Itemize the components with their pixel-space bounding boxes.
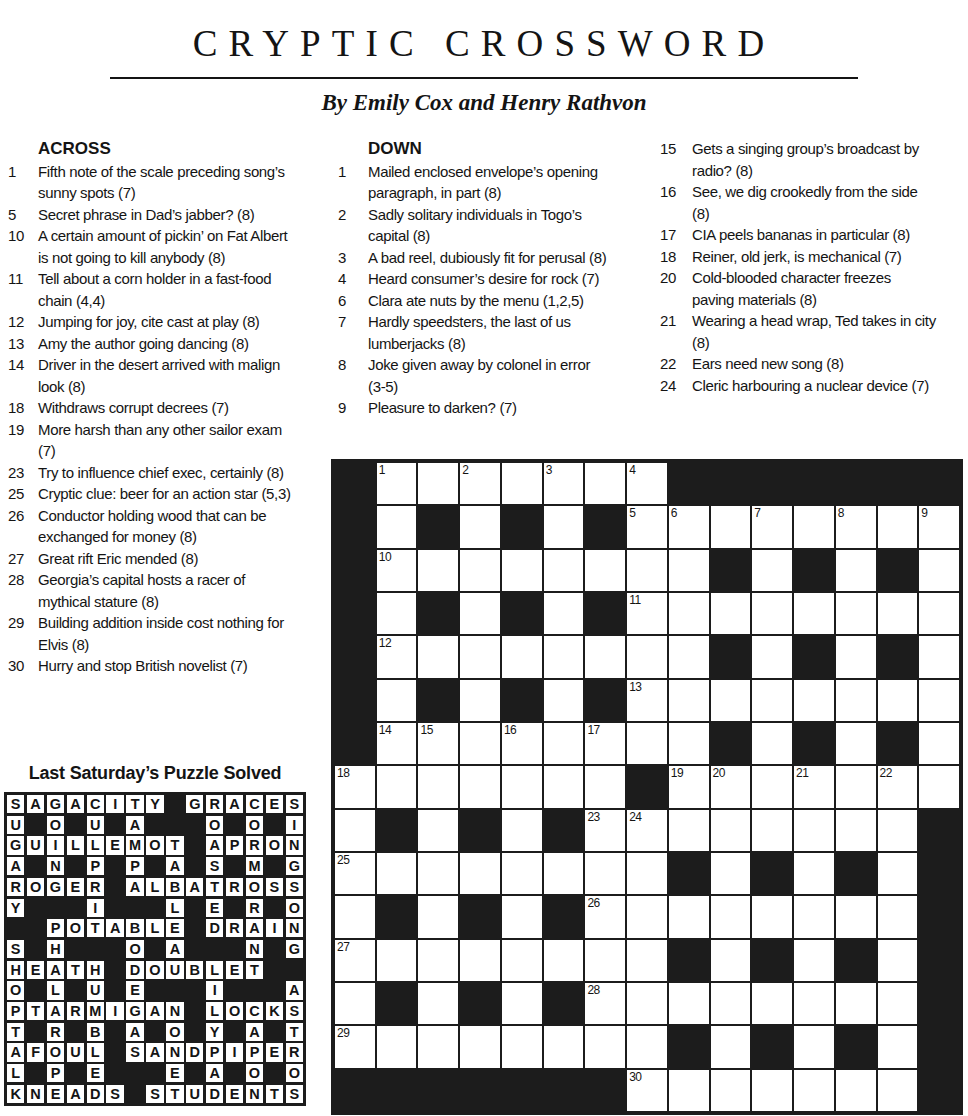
grid-cell[interactable]: 29 (334, 1025, 376, 1068)
clue-item-number: 6 (338, 290, 368, 312)
grid-cell[interactable] (751, 809, 793, 852)
grid-cell[interactable] (710, 1069, 752, 1112)
grid-cell[interactable]: 18 (334, 765, 376, 808)
grid-block-cell (543, 1069, 585, 1112)
solved-letter-cell: P (7, 1002, 24, 1020)
solved-block-cell (266, 1064, 283, 1082)
grid-cell[interactable]: 11 (626, 592, 668, 635)
solved-block-cell (106, 1064, 123, 1082)
clue-number: 3 (546, 463, 552, 477)
grid-block-cell (459, 895, 501, 938)
grid-cell[interactable]: 16 (501, 722, 543, 765)
grid-cell[interactable] (710, 505, 752, 548)
clue-item-text: See, we dig crookedly from the side (8) (692, 181, 936, 224)
grid-cell[interactable] (835, 982, 877, 1025)
grid-cell[interactable] (459, 679, 501, 722)
grid-cell[interactable] (584, 462, 626, 505)
grid-cell[interactable] (626, 982, 668, 1025)
grid-cell[interactable] (459, 765, 501, 808)
grid-cell[interactable] (584, 1025, 626, 1068)
puzzle-page: CRYPTIC CROSSWORD By Emily Cox and Henry… (0, 0, 968, 1116)
solved-block-cell (106, 981, 123, 999)
solved-block-cell (266, 940, 283, 958)
grid-block-cell (334, 462, 376, 505)
solved-letter-cell: A (106, 919, 123, 937)
grid-cell[interactable] (417, 852, 459, 895)
solved-letter-cell: L (206, 961, 223, 979)
solved-block-cell (226, 816, 243, 834)
clue-item: 25Cryptic clue: beer for an action star … (8, 483, 300, 505)
grid-cell[interactable] (543, 635, 585, 678)
clue-item: 9Pleasure to darken? (7) (338, 397, 610, 419)
grid-cell[interactable]: 15 (417, 722, 459, 765)
grid-cell[interactable] (376, 939, 418, 982)
grid-block-cell (918, 895, 960, 938)
grid-cell[interactable] (751, 679, 793, 722)
solved-letter-cell: O (246, 816, 263, 834)
grid-cell[interactable]: 6 (668, 505, 710, 548)
grid-cell[interactable] (376, 1025, 418, 1068)
grid-cell[interactable] (918, 765, 960, 808)
grid-cell[interactable] (417, 635, 459, 678)
clue-item-text: Jumping for joy, cite cast at play (8) (38, 311, 300, 333)
solved-letter-cell: O (146, 836, 163, 854)
clue-item-text: Mailed enclosed envelope’s opening parag… (368, 161, 610, 204)
clue-number: 4 (629, 463, 635, 477)
solved-block-cell (7, 919, 24, 937)
solved-letter-cell: O (27, 878, 44, 896)
grid-cell[interactable] (668, 982, 710, 1025)
grid-block-cell (835, 462, 877, 505)
grid-cell[interactable] (543, 852, 585, 895)
grid-cell[interactable] (918, 635, 960, 678)
clue-item-number: 18 (8, 397, 38, 419)
grid-block-cell (793, 635, 835, 678)
grid-cell[interactable] (668, 549, 710, 592)
clue-number: 26 (587, 896, 599, 910)
grid-cell[interactable] (376, 592, 418, 635)
grid-cell[interactable] (751, 1069, 793, 1112)
grid-cell[interactable] (584, 939, 626, 982)
grid-cell[interactable] (376, 852, 418, 895)
grid-cell[interactable] (877, 982, 919, 1025)
clue-item-text: Clara ate nuts by the menu (1,2,5) (368, 290, 610, 312)
solved-letter-cell: S (146, 1085, 163, 1103)
solved-letter-cell: D (87, 1085, 104, 1103)
clue-number: 23 (587, 810, 599, 824)
grid-cell[interactable] (751, 549, 793, 592)
grid-cell[interactable] (793, 852, 835, 895)
down-heading: DOWN (368, 138, 610, 160)
solved-letter-cell: P (206, 1043, 223, 1061)
grid-cell[interactable] (668, 722, 710, 765)
grid-cell[interactable] (835, 1069, 877, 1112)
grid-cell[interactable]: 2 (459, 462, 501, 505)
solved-block-cell (27, 919, 44, 937)
grid-cell[interactable] (710, 852, 752, 895)
grid-cell[interactable] (501, 462, 543, 505)
grid-cell[interactable] (668, 679, 710, 722)
clue-item-text: Reiner, old jerk, is mechanical (7) (692, 246, 936, 268)
grid-cell[interactable] (584, 549, 626, 592)
grid-cell[interactable] (626, 549, 668, 592)
grid-cell[interactable] (877, 592, 919, 635)
grid-cell[interactable]: 5 (626, 505, 668, 548)
grid-cell[interactable] (543, 939, 585, 982)
solved-puzzle-grid: SAGACITYGRACESUOUAOOIGUILLEMOTAPRONANPPA… (4, 792, 306, 1106)
grid-cell[interactable]: 27 (334, 939, 376, 982)
solved-letter-cell: G (47, 795, 64, 813)
clue-number: 21 (796, 766, 808, 780)
solved-block-cell (266, 816, 283, 834)
grid-cell[interactable] (417, 809, 459, 852)
grid-cell[interactable] (668, 635, 710, 678)
solved-letter-cell: E (67, 878, 84, 896)
grid-cell[interactable] (417, 1025, 459, 1068)
grid-block-cell (543, 809, 585, 852)
grid-block-cell (543, 982, 585, 1025)
grid-cell[interactable] (751, 722, 793, 765)
solved-letter-cell: L (146, 878, 163, 896)
solved-letter-cell: E (206, 899, 223, 917)
solved-block-cell (186, 899, 203, 917)
grid-cell[interactable] (835, 809, 877, 852)
grid-cell[interactable] (626, 939, 668, 982)
grid-cell[interactable] (793, 1025, 835, 1068)
solved-letter-cell: L (146, 919, 163, 937)
grid-cell[interactable]: 17 (584, 722, 626, 765)
solved-letter-cell: T (246, 961, 263, 979)
grid-cell[interactable]: 28 (584, 982, 626, 1025)
grid-cell[interactable] (543, 549, 585, 592)
grid-cell[interactable] (918, 722, 960, 765)
solved-block-cell (226, 857, 243, 875)
grid-cell[interactable]: 23 (584, 809, 626, 852)
clue-number: 12 (379, 636, 391, 650)
grid-cell[interactable] (459, 852, 501, 895)
solved-letter-cell: T (67, 961, 84, 979)
grid-cell[interactable] (501, 939, 543, 982)
grid-cell[interactable] (835, 679, 877, 722)
solved-block-cell (226, 940, 243, 958)
grid-cell[interactable] (417, 982, 459, 1025)
grid-cell[interactable]: 12 (376, 635, 418, 678)
grid-cell[interactable]: 8 (835, 505, 877, 548)
grid-block-cell (710, 462, 752, 505)
grid-cell[interactable] (501, 982, 543, 1025)
grid-cell[interactable] (835, 549, 877, 592)
grid-cell[interactable] (459, 939, 501, 982)
grid-cell[interactable] (793, 982, 835, 1025)
grid-cell[interactable] (543, 722, 585, 765)
title-divider (110, 77, 858, 79)
grid-cell[interactable] (376, 679, 418, 722)
down-clues-column: DOWN 1Mailed enclosed envelope’s opening… (338, 138, 610, 419)
clue-item: 30Hurry and stop British novelist (7) (8, 655, 300, 677)
grid-cell[interactable] (417, 549, 459, 592)
clue-item: 6Clara ate nuts by the menu (1,2,5) (338, 290, 610, 312)
grid-cell[interactable]: 13 (626, 679, 668, 722)
grid-cell[interactable] (793, 895, 835, 938)
grid-cell[interactable] (417, 895, 459, 938)
grid-cell[interactable] (710, 939, 752, 982)
clue-item: 7Hardly speedsters, the last of us lumbe… (338, 311, 610, 354)
solved-letter-cell: O (226, 1002, 243, 1020)
grid-cell[interactable]: 7 (751, 505, 793, 548)
grid-cell[interactable]: 19 (668, 765, 710, 808)
grid-block-cell (417, 592, 459, 635)
grid-cell[interactable] (751, 765, 793, 808)
solved-letter-cell: O (266, 836, 283, 854)
grid-cell[interactable] (877, 809, 919, 852)
solved-block-cell (146, 981, 163, 999)
solved-letter-cell: O (126, 940, 143, 958)
solved-letter-cell: E (226, 1085, 243, 1103)
grid-cell[interactable] (918, 549, 960, 592)
solved-letter-cell: K (7, 1085, 24, 1103)
clue-item: 4Heard consumer’s desire for rock (7) (338, 268, 610, 290)
solved-letter-cell: I (206, 981, 223, 999)
grid-cell[interactable] (501, 809, 543, 852)
solved-letter-cell: A (126, 1023, 143, 1041)
grid-cell[interactable]: 21 (793, 765, 835, 808)
solved-letter-cell: O (47, 1043, 64, 1061)
clue-item-text: Cleric harbouring a nuclear device (7) (692, 375, 936, 397)
grid-cell[interactable] (376, 765, 418, 808)
solved-letter-cell: P (47, 1064, 64, 1082)
solved-letter-cell: P (47, 919, 64, 937)
solved-block-cell (106, 1043, 123, 1061)
grid-cell[interactable] (334, 982, 376, 1025)
grid-cell[interactable] (626, 852, 668, 895)
grid-cell[interactable] (459, 592, 501, 635)
grid-cell[interactable] (584, 635, 626, 678)
grid-cell[interactable] (918, 592, 960, 635)
solved-letter-cell: H (87, 961, 104, 979)
clue-item: 23Try to influence chief exec, certainly… (8, 462, 300, 484)
grid-cell[interactable] (835, 592, 877, 635)
clue-item-text: Driver in the desert arrived with malign… (38, 354, 300, 397)
grid-cell[interactable] (877, 1025, 919, 1068)
solved-letter-cell: A (166, 857, 183, 875)
grid-cell[interactable] (459, 722, 501, 765)
grid-cell[interactable] (793, 939, 835, 982)
grid-cell[interactable] (751, 982, 793, 1025)
grid-cell[interactable] (793, 1069, 835, 1112)
solved-letter-cell: S (7, 795, 24, 813)
grid-cell[interactable]: 10 (376, 549, 418, 592)
solved-letter-cell: A (47, 961, 64, 979)
grid-cell[interactable] (459, 549, 501, 592)
grid-block-cell (751, 852, 793, 895)
grid-cell[interactable] (543, 592, 585, 635)
solved-block-cell (126, 899, 143, 917)
grid-cell[interactable] (584, 852, 626, 895)
grid-cell[interactable] (626, 635, 668, 678)
grid-cell[interactable] (751, 635, 793, 678)
grid-cell[interactable] (626, 895, 668, 938)
solved-letter-cell: A (186, 878, 203, 896)
grid-cell[interactable] (334, 895, 376, 938)
grid-cell[interactable] (668, 1069, 710, 1112)
solved-letter-cell: N (246, 1085, 263, 1103)
grid-cell[interactable] (751, 895, 793, 938)
solved-letter-cell: A (286, 981, 303, 999)
grid-cell[interactable] (877, 1069, 919, 1112)
grid-cell[interactable] (793, 809, 835, 852)
grid-cell[interactable]: 25 (334, 852, 376, 895)
grid-block-cell (751, 462, 793, 505)
solved-block-cell (27, 857, 44, 875)
grid-cell[interactable] (543, 765, 585, 808)
clue-item-text: Gets a singing group’s broadcast by radi… (692, 138, 936, 181)
solved-letter-cell: A (27, 795, 44, 813)
grid-cell[interactable] (501, 895, 543, 938)
grid-block-cell (376, 895, 418, 938)
grid-block-cell (835, 852, 877, 895)
grid-cell[interactable] (710, 679, 752, 722)
grid-cell[interactable] (710, 895, 752, 938)
grid-cell[interactable] (793, 505, 835, 548)
solved-letter-cell: C (246, 1002, 263, 1020)
clue-number: 28 (587, 983, 599, 997)
grid-cell[interactable] (877, 939, 919, 982)
clue-item-text: Sadly solitary individuals in Togo’s cap… (368, 204, 610, 247)
solved-letter-cell: A (146, 1043, 163, 1061)
grid-block-cell (334, 592, 376, 635)
clue-item: 28Georgia’s capital hosts a racer of myt… (8, 569, 300, 612)
grid-block-cell (835, 1025, 877, 1068)
grid-cell[interactable] (710, 592, 752, 635)
clue-item-number: 1 (8, 161, 38, 204)
grid-block-cell (417, 1069, 459, 1112)
grid-cell[interactable] (501, 765, 543, 808)
solved-letter-cell: U (67, 1043, 84, 1061)
solved-puzzle-heading: Last Saturday’s Puzzle Solved (4, 763, 306, 784)
grid-cell[interactable] (459, 505, 501, 548)
grid-cell[interactable]: 24 (626, 809, 668, 852)
solved-block-cell (186, 857, 203, 875)
solved-letter-cell: N (166, 1002, 183, 1020)
grid-cell[interactable] (459, 1025, 501, 1068)
grid-cell[interactable] (626, 722, 668, 765)
grid-cell[interactable] (668, 592, 710, 635)
solved-letter-cell: S (266, 878, 283, 896)
clue-item-text: Pleasure to darken? (7) (368, 397, 610, 419)
grid-cell[interactable] (835, 722, 877, 765)
solved-block-cell (106, 857, 123, 875)
grid-cell[interactable] (877, 505, 919, 548)
solved-letter-cell: A (166, 940, 183, 958)
grid-cell[interactable] (501, 549, 543, 592)
solved-block-cell (186, 981, 203, 999)
grid-cell[interactable]: 1 (376, 462, 418, 505)
solved-letter-cell: D (186, 1043, 203, 1061)
grid-cell[interactable] (710, 1025, 752, 1068)
grid-cell[interactable] (501, 852, 543, 895)
grid-cell[interactable]: 26 (584, 895, 626, 938)
solved-letter-cell: I (106, 795, 123, 813)
grid-cell[interactable]: 30 (626, 1069, 668, 1112)
grid-cell[interactable] (417, 765, 459, 808)
solved-block-cell (67, 981, 84, 999)
grid-cell[interactable] (793, 679, 835, 722)
grid-block-cell (751, 1025, 793, 1068)
grid-cell[interactable] (584, 765, 626, 808)
grid-cell[interactable] (376, 505, 418, 548)
solved-letter-cell: G (286, 940, 303, 958)
clue-item: 27Great rift Eric mended (8) (8, 548, 300, 570)
grid-cell[interactable] (877, 852, 919, 895)
grid-cell[interactable]: 20 (710, 765, 752, 808)
grid-block-cell (877, 462, 919, 505)
grid-cell[interactable] (793, 592, 835, 635)
grid-cell[interactable] (459, 635, 501, 678)
grid-cell[interactable] (877, 895, 919, 938)
grid-cell[interactable] (835, 635, 877, 678)
clue-item-number: 17 (660, 224, 692, 246)
solved-letter-cell: A (47, 1002, 64, 1020)
grid-cell[interactable] (918, 679, 960, 722)
grid-cell[interactable] (501, 1025, 543, 1068)
clue-item: 17CIA peels bananas in particular (8) (660, 224, 936, 246)
solved-letter-cell: E (266, 795, 283, 813)
solved-letter-cell: I (266, 919, 283, 937)
grid-cell[interactable] (626, 1025, 668, 1068)
solved-block-cell (67, 1023, 84, 1041)
solved-block-cell (106, 961, 123, 979)
clue-number: 6 (671, 506, 677, 520)
grid-cell[interactable] (543, 679, 585, 722)
grid-block-cell (835, 939, 877, 982)
solved-block-cell (47, 899, 64, 917)
clue-item: 18Reiner, old jerk, is mechanical (7) (660, 246, 936, 268)
grid-cell[interactable] (501, 635, 543, 678)
solved-block-cell (27, 1023, 44, 1041)
grid-cell[interactable]: 4 (626, 462, 668, 505)
solved-letter-cell: T (206, 878, 223, 896)
grid-block-cell (376, 809, 418, 852)
solved-letter-cell: E (226, 961, 243, 979)
solved-letter-cell: B (87, 1023, 104, 1041)
grid-cell[interactable] (417, 939, 459, 982)
grid-cell[interactable]: 14 (376, 722, 418, 765)
grid-cell[interactable] (751, 592, 793, 635)
grid-cell[interactable] (668, 809, 710, 852)
grid-cell[interactable] (668, 895, 710, 938)
clue-item-text: More harsh than any other sailor exam (7… (38, 419, 300, 462)
solved-letter-cell: A (7, 1043, 24, 1061)
grid-cell[interactable]: 22 (877, 765, 919, 808)
grid-cell[interactable] (835, 895, 877, 938)
clue-item: 16See, we dig crookedly from the side (8… (660, 181, 936, 224)
grid-cell[interactable] (710, 982, 752, 1025)
grid-cell[interactable]: 3 (543, 462, 585, 505)
clue-item-text: Cryptic clue: beer for an action star (5… (38, 483, 300, 505)
clue-item-text: Joke given away by colonel in error (3-5… (368, 354, 610, 397)
grid-cell[interactable] (710, 809, 752, 852)
grid-cell[interactable] (334, 809, 376, 852)
grid-cell[interactable]: 9 (918, 505, 960, 548)
grid-cell[interactable] (835, 765, 877, 808)
solved-letter-cell: O (246, 1064, 263, 1082)
grid-cell[interactable] (543, 1025, 585, 1068)
grid-cell[interactable] (417, 462, 459, 505)
clue-item: 21Wearing a head wrap, Ted takes in city… (660, 310, 936, 353)
clue-item-text: Withdraws corrupt decrees (7) (38, 397, 300, 419)
grid-cell[interactable] (877, 679, 919, 722)
grid-cell[interactable] (543, 505, 585, 548)
